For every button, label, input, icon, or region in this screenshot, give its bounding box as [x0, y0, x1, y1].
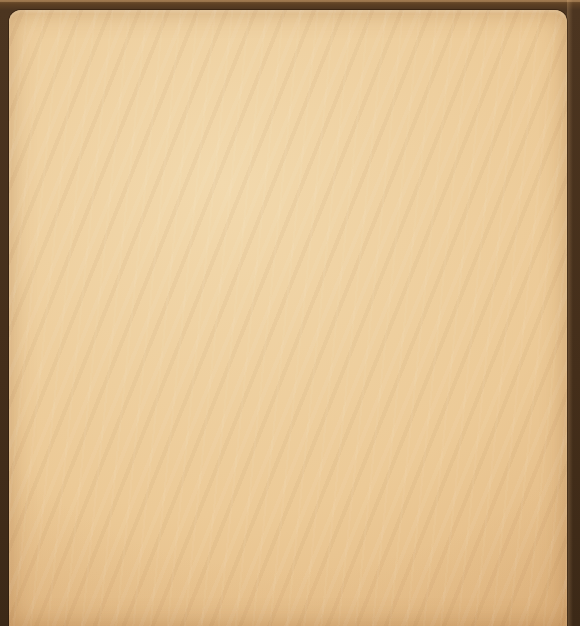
- board-grid: [0, 0, 580, 626]
